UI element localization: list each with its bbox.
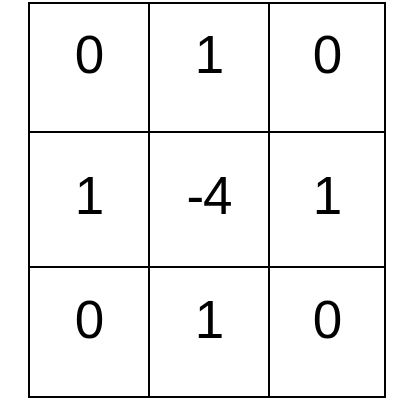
cell-r1c1: 0 — [30, 4, 150, 133]
cell-value: 0 — [313, 28, 341, 81]
cell-value: 1 — [313, 169, 341, 222]
cell-r3c3: 0 — [270, 268, 384, 396]
cell-r2c3: 1 — [270, 133, 384, 268]
cell-value: 0 — [313, 293, 341, 346]
cell-value: 0 — [75, 28, 103, 81]
cell-r2c1: 1 — [30, 133, 150, 268]
cell-r1c2: 1 — [150, 4, 270, 133]
cell-r3c1: 0 — [30, 268, 150, 396]
cell-value: -4 — [186, 169, 231, 222]
cell-value: 0 — [75, 293, 103, 346]
cell-value: 1 — [75, 169, 103, 222]
cell-r3c2: 1 — [150, 268, 270, 396]
cell-r1c3: 0 — [270, 4, 384, 133]
cell-r2c2: -4 — [150, 133, 270, 268]
cell-value: 1 — [195, 28, 223, 81]
number-grid: 0 1 0 1 -4 1 0 1 0 — [28, 2, 386, 398]
cell-value: 1 — [195, 293, 223, 346]
kernel-diagram: 0 1 0 1 -4 1 0 1 0 — [0, 0, 418, 407]
